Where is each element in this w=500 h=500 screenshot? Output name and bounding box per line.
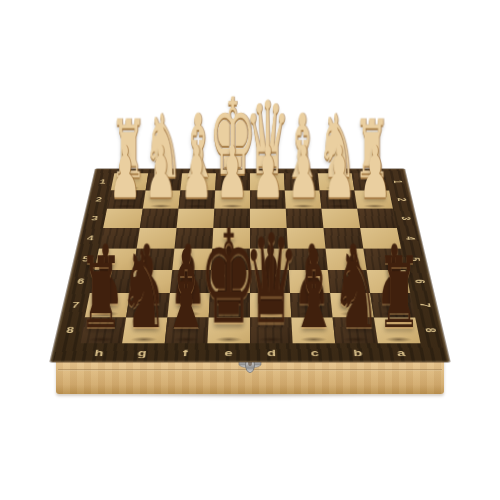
square-b2[interactable]: ♟ xyxy=(320,191,358,209)
file-label-d: d xyxy=(250,343,294,362)
product-photo: 11♜♞♝♚♛♝♞♜22♟♟♟♟♟♟♟♟3344556677♟♟♟♟♟♟♟♟88… xyxy=(0,0,500,500)
piece-white-pawn[interactable]: ♟ xyxy=(145,137,177,208)
piece-white-pawn[interactable]: ♟ xyxy=(180,137,212,208)
square-g8[interactable]: ♞ xyxy=(122,317,167,343)
square-h2[interactable]: ♟ xyxy=(107,191,146,209)
board-scene: 11♜♞♝♚♛♝♞♜22♟♟♟♟♟♟♟♟3344556677♟♟♟♟♟♟♟♟88… xyxy=(76,83,424,423)
rank-label-3-right: 3 xyxy=(393,209,418,228)
board-tilt: 11♜♞♝♚♛♝♞♜22♟♟♟♟♟♟♟♟3344556677♟♟♟♟♟♟♟♟88… xyxy=(50,169,449,362)
piece-black-bishop[interactable]: ♝ xyxy=(290,235,338,343)
piece-white-pawn[interactable]: ♟ xyxy=(252,137,284,208)
rank-label-2-right: 2 xyxy=(389,191,413,209)
piece-white-pawn[interactable]: ♟ xyxy=(359,137,391,208)
piece-white-pawn[interactable]: ♟ xyxy=(216,137,248,208)
piece-white-pawn[interactable]: ♟ xyxy=(109,137,141,208)
file-label-e: e xyxy=(206,343,250,362)
file-label-a: a xyxy=(378,343,424,362)
square-a2[interactable]: ♟ xyxy=(354,191,393,209)
square-c8[interactable]: ♝ xyxy=(291,317,335,343)
piece-black-knight[interactable]: ♞ xyxy=(119,235,167,343)
file-label-h: h xyxy=(76,343,122,362)
chess-board: 11♜♞♝♚♛♝♞♜22♟♟♟♟♟♟♟♟3344556677♟♟♟♟♟♟♟♟88… xyxy=(50,169,449,362)
board-frame: 11♜♞♝♚♛♝♞♜22♟♟♟♟♟♟♟♟3344556677♟♟♟♟♟♟♟♟88… xyxy=(50,169,449,362)
square-d8[interactable]: ♛ xyxy=(250,317,293,343)
piece-black-rook[interactable]: ♜ xyxy=(377,244,421,343)
file-label-b: b xyxy=(335,343,381,362)
file-label-c: c xyxy=(293,343,338,362)
piece-black-rook[interactable]: ♜ xyxy=(79,244,123,343)
square-c2[interactable]: ♟ xyxy=(285,191,322,209)
square-a8[interactable]: ♜ xyxy=(374,317,421,343)
square-b8[interactable]: ♞ xyxy=(333,317,378,343)
piece-white-pawn[interactable]: ♟ xyxy=(323,137,355,208)
file-label-f: f xyxy=(163,343,208,362)
square-g2[interactable]: ♟ xyxy=(143,191,181,209)
file-label-g: g xyxy=(119,343,165,362)
piece-black-knight[interactable]: ♞ xyxy=(332,235,380,343)
piece-white-pawn[interactable]: ♟ xyxy=(288,137,320,208)
